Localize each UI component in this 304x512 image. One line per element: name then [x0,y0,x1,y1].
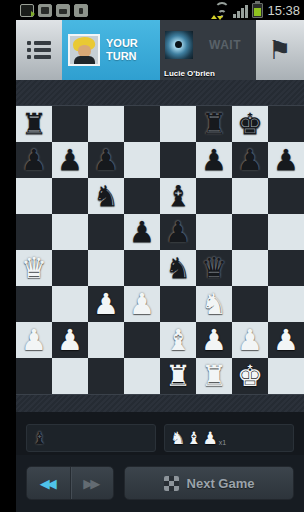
square-g8[interactable]: ♚ [232,106,268,142]
square-d7[interactable] [124,142,160,178]
square-e3[interactable] [160,286,196,322]
captured-black-bishop: ♝ [32,425,47,451]
square-f4[interactable]: ♛ [196,250,232,286]
black-pawn: ♟ [201,142,227,178]
next-game-button[interactable]: Next Game [124,466,294,500]
square-e8[interactable] [160,106,196,142]
square-c2[interactable] [88,322,124,358]
white-rook: ♜ [201,358,227,394]
square-f8[interactable]: ♜ [196,106,232,142]
store-icon [74,4,88,17]
white-bishop: ♝ [165,322,191,358]
square-b7[interactable]: ♟ [52,142,88,178]
wait-label: WAIT [209,38,241,52]
square-a7[interactable]: ♟ [16,142,52,178]
white-pawn: ♟ [57,322,83,358]
header: YOUR TURN WAIT Lucie O'brien ⚑ [16,20,304,80]
flag-icon: ⚑ [268,37,291,63]
square-e5[interactable]: ♟ [160,214,196,250]
white-pawn: ♟ [21,322,47,358]
move-navigation: ◀◀ ▶▶ [26,466,114,500]
captured-trays: ♝ ♞♝♟x1 [16,412,304,455]
avatar [68,34,100,66]
system-status-icons: 15:38 [214,3,300,18]
list-menu-icon [27,41,51,59]
back-button[interactable]: ◀◀ [27,467,71,499]
notification-icons [20,4,88,17]
captured-white-knight: ♞ [170,425,185,451]
square-f1[interactable]: ♜ [196,358,232,394]
bottom-bar: ◀◀ ▶▶ Next Game [16,455,304,512]
square-b8[interactable] [52,106,88,142]
next-game-label: Next Game [187,476,255,491]
battery-icon [252,3,263,18]
square-g6[interactable] [232,178,268,214]
app-screen: 15:38 YOUR TURN WAIT Lucie O'brien ⚑ ♜♜♚… [16,0,304,512]
square-b5[interactable] [52,214,88,250]
square-c3[interactable]: ♟ [88,286,124,322]
black-queen: ♛ [201,250,227,286]
wifi-icon [214,5,229,18]
opponent-name: Lucie O'brien [164,69,215,78]
black-king: ♚ [237,106,263,142]
square-h3[interactable] [268,286,304,322]
square-d4[interactable] [124,250,160,286]
white-king: ♚ [237,358,263,394]
clock: 15:38 [267,3,300,18]
square-h8[interactable] [268,106,304,142]
square-d8[interactable] [124,106,160,142]
white-pawn: ♟ [129,286,155,322]
white-queen: ♛ [21,250,47,286]
captured-by-white-tray: ♝ [26,424,156,452]
square-f2[interactable]: ♟ [196,322,232,358]
chess-board: ♜♜♚♟♟♟♟♟♟♞♝♟♟♛♞♛♟♟♞♟♟♝♟♟♟♜♜♚ [16,106,304,394]
square-a4[interactable]: ♛ [16,250,52,286]
avatar [165,31,193,59]
square-f5[interactable] [196,214,232,250]
square-d3[interactable]: ♟ [124,286,160,322]
square-e6[interactable]: ♝ [160,178,196,214]
square-a5[interactable] [16,214,52,250]
square-c1[interactable] [88,358,124,394]
square-h4[interactable] [268,250,304,286]
black-rook: ♜ [21,106,47,142]
square-e4[interactable]: ♞ [160,250,196,286]
captured-white-pawn: ♟ [203,425,218,451]
square-c5[interactable] [88,214,124,250]
square-a1[interactable] [16,358,52,394]
square-h2[interactable]: ♟ [268,322,304,358]
captured-white-bishop: ♝ [186,425,201,451]
square-g5[interactable] [232,214,268,250]
square-h6[interactable] [268,178,304,214]
square-f7[interactable]: ♟ [196,142,232,178]
square-f6[interactable] [196,178,232,214]
white-knight: ♞ [201,286,227,322]
square-a2[interactable]: ♟ [16,322,52,358]
black-pawn: ♟ [237,142,263,178]
square-g2[interactable]: ♟ [232,322,268,358]
square-e2[interactable]: ♝ [160,322,196,358]
white-pawn: ♟ [201,322,227,358]
chessboard-icon [164,476,179,491]
forward-button[interactable]: ▶▶ [71,467,114,499]
square-a8[interactable]: ♜ [16,106,52,142]
square-e7[interactable] [160,142,196,178]
black-pawn: ♟ [21,142,47,178]
square-h7[interactable]: ♟ [268,142,304,178]
black-rook: ♜ [201,106,227,142]
square-g4[interactable] [232,250,268,286]
black-pawn: ♟ [273,142,299,178]
black-bishop: ♝ [165,178,191,214]
white-pawn: ♟ [273,322,299,358]
square-b2[interactable]: ♟ [52,322,88,358]
square-b6[interactable] [52,178,88,214]
square-c4[interactable] [88,250,124,286]
square-d2[interactable] [124,322,160,358]
white-pawn: ♟ [237,322,263,358]
black-knight: ♞ [165,250,191,286]
your-turn-label: YOUR TURN [106,37,160,63]
status-bar: 15:38 [16,0,304,20]
square-b4[interactable] [52,250,88,286]
square-b1[interactable] [52,358,88,394]
square-b3[interactable] [52,286,88,322]
square-c6[interactable]: ♞ [88,178,124,214]
black-pawn: ♟ [129,214,155,250]
square-f3[interactable]: ♞ [196,286,232,322]
player-you-panel[interactable]: YOUR TURN [62,20,160,80]
square-c8[interactable] [88,106,124,142]
square-g3[interactable] [232,286,268,322]
player-opponent-panel[interactable]: WAIT Lucie O'brien [160,20,256,80]
sim-card-icon [38,4,52,17]
signal-bars-icon [233,5,248,18]
square-a6[interactable] [16,178,52,214]
square-c7[interactable]: ♟ [88,142,124,178]
gallery-icon [56,4,70,17]
square-h1[interactable] [268,358,304,394]
square-e1[interactable]: ♜ [160,358,196,394]
menu-button[interactable] [16,20,62,80]
black-knight: ♞ [93,178,119,214]
black-pawn: ♟ [93,142,119,178]
board-frame: ♜♜♚♟♟♟♟♟♟♞♝♟♟♛♞♛♟♟♞♟♟♝♟♟♟♜♜♚ [16,80,304,412]
resign-flag-button[interactable]: ⚑ [256,20,304,80]
square-d6[interactable] [124,178,160,214]
screenshot-icon [20,4,34,17]
black-pawn: ♟ [165,214,191,250]
white-rook: ♜ [165,358,191,394]
square-g7[interactable]: ♟ [232,142,268,178]
white-pawn: ♟ [93,286,119,322]
square-a3[interactable] [16,286,52,322]
square-h5[interactable] [268,214,304,250]
square-d5[interactable]: ♟ [124,214,160,250]
captured-by-black-tray: ♞♝♟x1 [164,424,294,452]
square-d1[interactable] [124,358,160,394]
square-g1[interactable]: ♚ [232,358,268,394]
black-pawn: ♟ [57,142,83,178]
captured-count: x1 [219,439,226,446]
